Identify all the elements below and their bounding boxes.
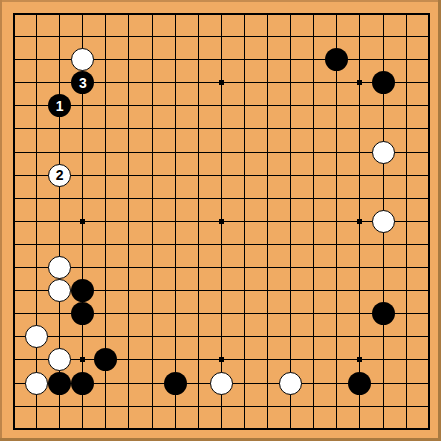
board-point[interactable] <box>25 141 48 164</box>
board-point[interactable] <box>302 348 325 371</box>
board-point[interactable] <box>233 187 256 210</box>
board-point[interactable] <box>348 233 371 256</box>
board-point[interactable] <box>117 256 140 279</box>
board-point[interactable] <box>348 187 371 210</box>
board-point[interactable] <box>48 48 71 71</box>
board-point[interactable] <box>48 117 71 140</box>
board-point[interactable] <box>395 256 418 279</box>
board-point[interactable] <box>164 279 187 302</box>
board-point[interactable] <box>210 302 233 325</box>
board-point[interactable] <box>302 48 325 71</box>
board-point[interactable] <box>187 164 210 187</box>
board-point[interactable]: 3 <box>71 71 94 94</box>
board-point[interactable] <box>279 233 302 256</box>
board-point[interactable] <box>187 395 210 418</box>
board-point[interactable] <box>256 48 279 71</box>
board-point[interactable] <box>372 348 395 371</box>
board-point[interactable] <box>187 25 210 48</box>
board-point[interactable] <box>48 256 71 279</box>
board-point[interactable] <box>48 2 71 25</box>
board-point[interactable] <box>256 141 279 164</box>
board-point[interactable] <box>325 372 348 395</box>
board-point[interactable] <box>25 348 48 371</box>
board-point[interactable] <box>372 164 395 187</box>
board-point[interactable] <box>279 71 302 94</box>
board-point[interactable] <box>325 164 348 187</box>
board-point[interactable] <box>117 395 140 418</box>
board-point[interactable] <box>348 25 371 48</box>
board-point[interactable] <box>372 48 395 71</box>
board-point[interactable] <box>233 325 256 348</box>
board-point[interactable] <box>395 233 418 256</box>
board-point[interactable] <box>372 71 395 94</box>
board-point[interactable] <box>279 187 302 210</box>
board-point[interactable] <box>25 164 48 187</box>
board-point[interactable] <box>372 325 395 348</box>
board-point[interactable] <box>395 279 418 302</box>
board-point[interactable] <box>187 117 210 140</box>
board-point[interactable] <box>94 117 117 140</box>
board-point[interactable] <box>233 395 256 418</box>
board-point[interactable] <box>372 117 395 140</box>
board-point[interactable] <box>2 187 25 210</box>
board-point[interactable] <box>94 2 117 25</box>
board-point[interactable] <box>94 71 117 94</box>
board-point[interactable] <box>279 210 302 233</box>
board-point[interactable] <box>302 233 325 256</box>
board-point[interactable] <box>25 325 48 348</box>
board-point[interactable] <box>48 348 71 371</box>
board-point[interactable] <box>48 325 71 348</box>
board-point[interactable] <box>372 2 395 25</box>
board-point[interactable] <box>233 71 256 94</box>
board-point[interactable] <box>2 25 25 48</box>
board-point[interactable] <box>256 117 279 140</box>
board-point[interactable] <box>302 141 325 164</box>
board-point[interactable] <box>164 164 187 187</box>
board-point[interactable] <box>395 372 418 395</box>
board-point[interactable] <box>348 48 371 71</box>
board-point[interactable] <box>2 325 25 348</box>
board-point[interactable] <box>325 94 348 117</box>
board-point[interactable] <box>348 395 371 418</box>
board-point[interactable] <box>256 2 279 25</box>
board-point[interactable] <box>302 25 325 48</box>
board-point[interactable] <box>256 302 279 325</box>
board-point[interactable] <box>395 395 418 418</box>
board-point[interactable] <box>164 302 187 325</box>
board-point[interactable] <box>372 302 395 325</box>
board-point[interactable] <box>372 395 395 418</box>
board-point[interactable] <box>187 210 210 233</box>
board-point[interactable] <box>187 141 210 164</box>
board-point[interactable] <box>395 71 418 94</box>
board-point[interactable] <box>2 233 25 256</box>
board-point[interactable] <box>164 141 187 164</box>
board-point[interactable] <box>302 164 325 187</box>
board-point[interactable] <box>325 233 348 256</box>
board-point[interactable] <box>233 279 256 302</box>
board-point[interactable] <box>302 94 325 117</box>
board-point[interactable] <box>164 48 187 71</box>
board-point[interactable] <box>372 256 395 279</box>
board-point[interactable] <box>187 348 210 371</box>
board-point[interactable] <box>94 256 117 279</box>
board-point[interactable] <box>2 256 25 279</box>
board-point[interactable] <box>395 164 418 187</box>
board-point[interactable] <box>279 117 302 140</box>
board-point[interactable] <box>210 164 233 187</box>
board-point[interactable] <box>395 94 418 117</box>
board-point[interactable] <box>395 210 418 233</box>
board-point[interactable] <box>233 48 256 71</box>
board-point[interactable] <box>94 25 117 48</box>
board-point[interactable] <box>325 48 348 71</box>
board-point[interactable] <box>302 325 325 348</box>
board-point[interactable] <box>210 233 233 256</box>
board-point[interactable] <box>141 302 164 325</box>
board-point[interactable] <box>141 395 164 418</box>
board-point[interactable] <box>71 395 94 418</box>
board-point[interactable] <box>395 302 418 325</box>
board-point[interactable] <box>25 233 48 256</box>
board-point[interactable] <box>372 233 395 256</box>
board-point[interactable] <box>94 348 117 371</box>
board-point[interactable] <box>48 141 71 164</box>
board-point[interactable] <box>141 117 164 140</box>
board-point[interactable] <box>164 25 187 48</box>
board-point[interactable] <box>325 279 348 302</box>
board-point[interactable] <box>71 233 94 256</box>
board-point[interactable] <box>210 348 233 371</box>
board-point[interactable] <box>71 372 94 395</box>
board-point[interactable] <box>141 94 164 117</box>
board-point[interactable] <box>325 2 348 25</box>
board-point[interactable] <box>210 2 233 25</box>
board-point[interactable] <box>279 372 302 395</box>
board-point[interactable] <box>395 187 418 210</box>
board-point[interactable] <box>25 279 48 302</box>
board-point[interactable] <box>164 2 187 25</box>
board-point[interactable] <box>279 302 302 325</box>
board-point[interactable] <box>372 25 395 48</box>
board-point[interactable] <box>348 256 371 279</box>
board-point[interactable] <box>256 210 279 233</box>
board-point[interactable] <box>279 25 302 48</box>
board-point[interactable] <box>256 94 279 117</box>
board-point[interactable] <box>325 187 348 210</box>
board-point[interactable] <box>395 325 418 348</box>
board-point[interactable] <box>117 164 140 187</box>
board-point[interactable] <box>25 25 48 48</box>
board-point[interactable] <box>94 279 117 302</box>
board-point[interactable] <box>325 256 348 279</box>
board-point[interactable] <box>348 279 371 302</box>
board-point[interactable] <box>279 2 302 25</box>
board-point[interactable] <box>256 279 279 302</box>
board-point[interactable] <box>187 187 210 210</box>
board-point[interactable] <box>256 372 279 395</box>
board-point[interactable] <box>141 48 164 71</box>
board-point[interactable] <box>141 2 164 25</box>
board-point[interactable] <box>279 256 302 279</box>
board-point[interactable] <box>164 325 187 348</box>
board-point[interactable] <box>71 2 94 25</box>
board-point[interactable] <box>117 94 140 117</box>
board-point[interactable] <box>256 256 279 279</box>
board-point[interactable] <box>210 25 233 48</box>
board-point[interactable] <box>25 187 48 210</box>
board-point[interactable] <box>372 94 395 117</box>
board-point[interactable] <box>117 25 140 48</box>
board-point[interactable] <box>117 2 140 25</box>
board-point[interactable] <box>187 302 210 325</box>
board-point[interactable] <box>187 372 210 395</box>
board-point[interactable] <box>210 279 233 302</box>
board-point[interactable] <box>71 94 94 117</box>
board-point[interactable] <box>2 71 25 94</box>
board-point[interactable] <box>2 141 25 164</box>
board-point[interactable] <box>210 210 233 233</box>
board-point[interactable] <box>71 348 94 371</box>
board-point[interactable] <box>395 117 418 140</box>
board-point[interactable] <box>302 256 325 279</box>
board-point[interactable] <box>348 2 371 25</box>
board-point[interactable]: 1 <box>48 94 71 117</box>
board-point[interactable] <box>395 25 418 48</box>
board-point[interactable] <box>302 187 325 210</box>
board-point[interactable] <box>256 325 279 348</box>
board-point[interactable] <box>187 2 210 25</box>
board-point[interactable] <box>256 395 279 418</box>
board-point[interactable] <box>302 71 325 94</box>
board-point[interactable] <box>117 279 140 302</box>
board-point[interactable] <box>233 25 256 48</box>
board-point[interactable] <box>210 325 233 348</box>
board-point[interactable] <box>141 141 164 164</box>
board-point[interactable] <box>48 25 71 48</box>
board-point[interactable] <box>210 256 233 279</box>
board-point[interactable] <box>233 372 256 395</box>
board-point[interactable] <box>256 348 279 371</box>
board-point[interactable] <box>141 187 164 210</box>
board-point[interactable] <box>187 48 210 71</box>
board-point[interactable] <box>233 210 256 233</box>
board-point[interactable] <box>25 395 48 418</box>
board-point[interactable] <box>302 117 325 140</box>
board-point[interactable] <box>141 256 164 279</box>
board-point[interactable] <box>141 71 164 94</box>
board-point[interactable] <box>48 233 71 256</box>
board-point[interactable] <box>2 117 25 140</box>
board-point[interactable] <box>302 395 325 418</box>
board-point[interactable] <box>71 256 94 279</box>
board-point[interactable] <box>71 187 94 210</box>
board-point[interactable] <box>117 71 140 94</box>
board-point[interactable] <box>187 233 210 256</box>
board-point[interactable] <box>210 187 233 210</box>
board-point[interactable] <box>302 2 325 25</box>
board-point[interactable] <box>279 348 302 371</box>
board-point[interactable] <box>71 141 94 164</box>
board-point[interactable] <box>141 348 164 371</box>
board-point[interactable] <box>395 2 418 25</box>
board-point[interactable] <box>302 279 325 302</box>
board-point[interactable] <box>233 348 256 371</box>
board-point[interactable] <box>164 395 187 418</box>
board-point[interactable] <box>94 164 117 187</box>
board-point[interactable] <box>372 372 395 395</box>
board-point[interactable] <box>94 141 117 164</box>
board-point[interactable] <box>279 141 302 164</box>
board-point[interactable] <box>256 71 279 94</box>
board-point[interactable] <box>25 2 48 25</box>
board-point[interactable] <box>187 325 210 348</box>
board-point[interactable] <box>164 187 187 210</box>
board-point[interactable] <box>164 71 187 94</box>
board-point[interactable] <box>48 372 71 395</box>
board-point[interactable] <box>210 372 233 395</box>
board-point[interactable] <box>94 210 117 233</box>
board-point[interactable] <box>2 279 25 302</box>
board-point[interactable] <box>117 348 140 371</box>
board-point[interactable] <box>25 256 48 279</box>
board-point[interactable] <box>117 372 140 395</box>
board-point[interactable] <box>94 48 117 71</box>
board-point[interactable] <box>71 48 94 71</box>
board-point[interactable] <box>302 302 325 325</box>
board-point[interactable] <box>164 210 187 233</box>
board-point[interactable] <box>164 233 187 256</box>
board-point[interactable] <box>210 141 233 164</box>
board-point[interactable] <box>233 164 256 187</box>
board-point[interactable] <box>210 117 233 140</box>
board-point[interactable] <box>117 141 140 164</box>
board-point[interactable] <box>395 141 418 164</box>
board-point[interactable] <box>233 2 256 25</box>
board-point[interactable] <box>256 233 279 256</box>
board-point[interactable] <box>325 302 348 325</box>
board-point[interactable] <box>141 325 164 348</box>
board-point[interactable] <box>210 71 233 94</box>
board-point[interactable] <box>210 48 233 71</box>
board-point[interactable] <box>71 164 94 187</box>
board-point[interactable] <box>117 233 140 256</box>
board-point[interactable] <box>141 164 164 187</box>
board-point[interactable] <box>71 210 94 233</box>
board-point[interactable] <box>2 348 25 371</box>
board-point[interactable] <box>279 279 302 302</box>
board-point[interactable] <box>325 210 348 233</box>
board-point[interactable] <box>2 395 25 418</box>
board-point[interactable] <box>302 210 325 233</box>
board-point[interactable] <box>348 302 371 325</box>
board-point[interactable] <box>117 48 140 71</box>
board-point[interactable] <box>233 256 256 279</box>
board-point[interactable] <box>2 302 25 325</box>
board-point[interactable] <box>348 325 371 348</box>
board-point[interactable] <box>233 117 256 140</box>
board-point[interactable] <box>233 141 256 164</box>
board-point[interactable] <box>94 395 117 418</box>
board-point[interactable] <box>2 2 25 25</box>
board-point[interactable] <box>48 71 71 94</box>
board-point[interactable] <box>25 94 48 117</box>
board-point[interactable] <box>325 325 348 348</box>
board-point[interactable] <box>164 256 187 279</box>
board-point[interactable] <box>325 25 348 48</box>
board-point[interactable] <box>325 117 348 140</box>
board-point[interactable] <box>325 348 348 371</box>
board-point[interactable] <box>94 372 117 395</box>
board-point[interactable] <box>325 395 348 418</box>
board-point[interactable] <box>279 94 302 117</box>
board-point[interactable] <box>164 348 187 371</box>
board-point[interactable] <box>256 25 279 48</box>
board-point[interactable]: 2 <box>48 164 71 187</box>
board-point[interactable] <box>25 210 48 233</box>
board-point[interactable] <box>71 325 94 348</box>
board-point[interactable] <box>2 164 25 187</box>
board-point[interactable] <box>48 187 71 210</box>
board-point[interactable] <box>141 279 164 302</box>
board-point[interactable] <box>233 302 256 325</box>
board-point[interactable] <box>256 164 279 187</box>
board-point[interactable] <box>117 210 140 233</box>
board-point[interactable] <box>395 48 418 71</box>
board-point[interactable] <box>279 325 302 348</box>
board-point[interactable] <box>94 325 117 348</box>
board-point[interactable] <box>348 117 371 140</box>
board-point[interactable] <box>141 372 164 395</box>
board-point[interactable] <box>117 325 140 348</box>
board-point[interactable] <box>94 94 117 117</box>
board-point[interactable] <box>348 348 371 371</box>
board-point[interactable] <box>187 256 210 279</box>
board-point[interactable] <box>348 141 371 164</box>
board-point[interactable] <box>71 302 94 325</box>
board-point[interactable] <box>348 372 371 395</box>
board-point[interactable] <box>279 395 302 418</box>
board-point[interactable] <box>25 372 48 395</box>
board-point[interactable] <box>348 94 371 117</box>
board-point[interactable] <box>2 210 25 233</box>
board-point[interactable] <box>187 71 210 94</box>
board-point[interactable] <box>2 94 25 117</box>
board-point[interactable] <box>395 348 418 371</box>
board-point[interactable] <box>233 94 256 117</box>
board-point[interactable] <box>187 279 210 302</box>
board-point[interactable] <box>141 210 164 233</box>
board-point[interactable] <box>94 187 117 210</box>
board-point[interactable] <box>25 302 48 325</box>
board-point[interactable] <box>372 279 395 302</box>
board-point[interactable] <box>48 302 71 325</box>
board-point[interactable] <box>48 395 71 418</box>
board-point[interactable] <box>2 48 25 71</box>
board-point[interactable] <box>210 94 233 117</box>
board-point[interactable] <box>25 48 48 71</box>
board-point[interactable] <box>71 279 94 302</box>
board-point[interactable] <box>348 210 371 233</box>
board-point[interactable] <box>279 164 302 187</box>
board-point[interactable] <box>164 94 187 117</box>
board-point[interactable] <box>279 48 302 71</box>
board-point[interactable] <box>117 187 140 210</box>
board-point[interactable] <box>117 302 140 325</box>
board-point[interactable] <box>25 117 48 140</box>
board-point[interactable] <box>71 117 94 140</box>
